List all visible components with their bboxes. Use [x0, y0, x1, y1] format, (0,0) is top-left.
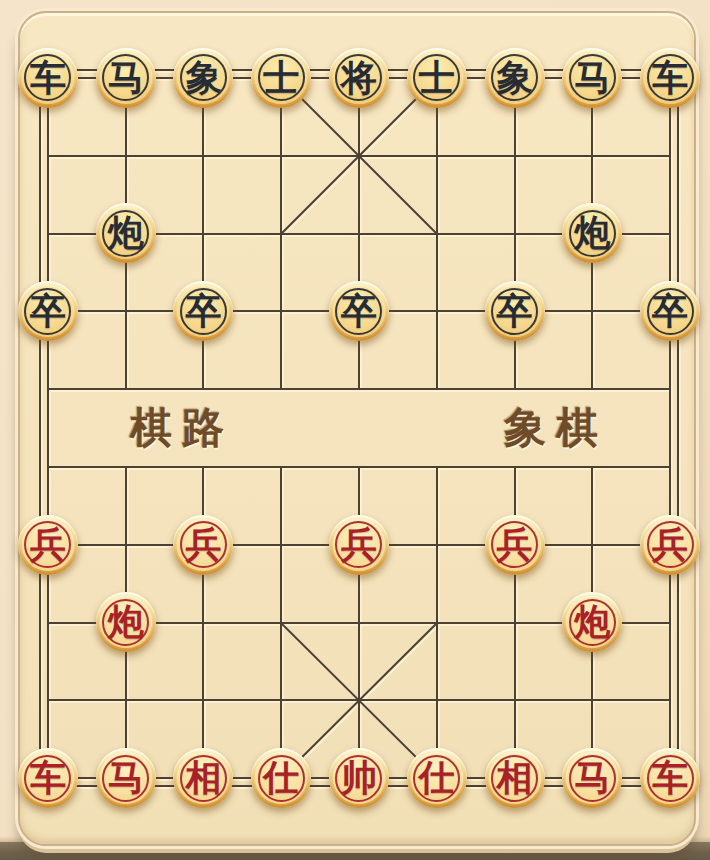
piece-red-chariot[interactable]: 车 — [640, 748, 700, 808]
board-cell-3-2[interactable] — [242, 195, 320, 273]
piece-black-chariot[interactable]: 车 — [640, 48, 700, 108]
board-cell-1-9[interactable]: 马 — [87, 739, 165, 817]
piece-glyph: 卒 — [341, 293, 377, 329]
piece-glyph: 士 — [419, 60, 455, 96]
piece-glyph: 相 — [497, 760, 533, 796]
piece-glyph: 车 — [652, 60, 688, 96]
board-cell-7-5[interactable] — [553, 428, 631, 506]
piece-red-general[interactable]: 帅 — [329, 748, 389, 808]
board-cell-2-2[interactable] — [165, 195, 243, 273]
piece-red-advisor[interactable]: 仕 — [251, 748, 311, 808]
board-cell-0-7[interactable] — [9, 584, 87, 662]
piece-glyph: 炮 — [574, 604, 610, 640]
board-cell-8-9[interactable]: 车 — [631, 739, 709, 817]
piece-glyph: 马 — [108, 60, 144, 96]
board-cell-5-9[interactable]: 仕 — [398, 739, 476, 817]
piece-glyph: 象 — [497, 60, 533, 96]
board-cell-3-9[interactable]: 仕 — [242, 739, 320, 817]
piece-glyph: 帅 — [341, 760, 377, 796]
board-cell-7-3[interactable] — [553, 272, 631, 350]
piece-black-soldier[interactable]: 卒 — [640, 281, 700, 341]
piece-glyph: 仕 — [419, 760, 455, 796]
piece-black-advisor[interactable]: 士 — [251, 48, 311, 108]
board-cell-1-5[interactable] — [87, 428, 165, 506]
board-cell-5-6[interactable] — [398, 506, 476, 584]
board-cell-7-8[interactable] — [553, 661, 631, 739]
board-cell-6-4[interactable] — [476, 350, 554, 428]
piece-glyph: 将 — [341, 60, 377, 96]
board-cell-0-0[interactable]: 车 — [9, 39, 87, 117]
piece-glyph: 兵 — [30, 527, 66, 563]
board-cell-8-1[interactable] — [631, 117, 709, 195]
piece-glyph: 象 — [185, 60, 221, 96]
piece-glyph: 兵 — [341, 527, 377, 563]
board-cell-5-5[interactable] — [398, 428, 476, 506]
board-cell-0-6[interactable]: 兵 — [9, 506, 87, 584]
board-cell-6-0[interactable]: 象 — [476, 39, 554, 117]
xiangqi-app: 棋路 象棋 车马象士将士象马车炮炮卒卒卒卒卒兵兵兵兵兵炮炮车马相仕帅仕相马车 — [0, 0, 710, 860]
board-cell-8-8[interactable] — [631, 661, 709, 739]
board-cell-4-6[interactable]: 兵 — [320, 506, 398, 584]
board-cell-4-7[interactable] — [320, 584, 398, 662]
piece-glyph: 相 — [185, 760, 221, 796]
board-cell-6-2[interactable] — [476, 195, 554, 273]
board-cell-7-2[interactable]: 炮 — [553, 195, 631, 273]
board-cell-4-0[interactable]: 将 — [320, 39, 398, 117]
board-cell-3-8[interactable] — [242, 661, 320, 739]
piece-black-soldier[interactable]: 卒 — [329, 281, 389, 341]
board-cell-4-9[interactable]: 帅 — [320, 739, 398, 817]
board-cell-3-6[interactable] — [242, 506, 320, 584]
board-cell-7-4[interactable] — [553, 350, 631, 428]
piece-glyph: 车 — [30, 60, 66, 96]
board-cell-0-5[interactable] — [9, 428, 87, 506]
board-cell-5-7[interactable] — [398, 584, 476, 662]
board-cell-2-9[interactable]: 相 — [165, 739, 243, 817]
board-cell-3-4[interactable] — [242, 350, 320, 428]
piece-glyph: 兵 — [185, 527, 221, 563]
piece-black-elephant[interactable]: 象 — [173, 48, 233, 108]
piece-black-chariot[interactable]: 车 — [18, 48, 78, 108]
board-cell-3-1[interactable] — [242, 117, 320, 195]
board-cell-5-4[interactable] — [398, 350, 476, 428]
piece-black-horse[interactable]: 马 — [562, 48, 622, 108]
board-cell-0-4[interactable] — [9, 350, 87, 428]
board-cell-8-4[interactable] — [631, 350, 709, 428]
board-cell-3-5[interactable] — [242, 428, 320, 506]
board-cell-1-4[interactable] — [87, 350, 165, 428]
board-cell-1-8[interactable] — [87, 661, 165, 739]
piece-red-soldier[interactable]: 兵 — [640, 515, 700, 575]
piece-glyph: 车 — [30, 760, 66, 796]
board-cell-2-1[interactable] — [165, 117, 243, 195]
board-cell-7-1[interactable] — [553, 117, 631, 195]
piece-glyph: 马 — [108, 760, 144, 796]
piece-glyph: 卒 — [185, 293, 221, 329]
piece-red-elephant[interactable]: 相 — [485, 748, 545, 808]
piece-black-horse[interactable]: 马 — [96, 48, 156, 108]
board-cell-1-2[interactable]: 炮 — [87, 195, 165, 273]
board-cell-7-9[interactable]: 马 — [553, 739, 631, 817]
board-cell-4-5[interactable] — [320, 428, 398, 506]
board-cell-6-6[interactable]: 兵 — [476, 506, 554, 584]
board-cell-6-8[interactable] — [476, 661, 554, 739]
piece-glyph: 仕 — [263, 760, 299, 796]
piece-glyph: 兵 — [497, 527, 533, 563]
piece-red-horse[interactable]: 马 — [562, 748, 622, 808]
piece-glyph: 炮 — [108, 215, 144, 251]
board-cell-5-2[interactable] — [398, 195, 476, 273]
board-cell-2-3[interactable]: 卒 — [165, 272, 243, 350]
board-cell-0-1[interactable] — [9, 117, 87, 195]
piece-red-cannon[interactable]: 炮 — [562, 592, 622, 652]
board-cell-6-7[interactable] — [476, 584, 554, 662]
board-cell-3-3[interactable] — [242, 272, 320, 350]
piece-glyph: 卒 — [497, 293, 533, 329]
board-cell-4-2[interactable] — [320, 195, 398, 273]
board-cell-8-0[interactable]: 车 — [631, 39, 709, 117]
piece-black-soldier[interactable]: 卒 — [485, 281, 545, 341]
piece-glyph: 马 — [574, 60, 610, 96]
board-cell-2-8[interactable] — [165, 661, 243, 739]
piece-glyph: 兵 — [652, 527, 688, 563]
piece-red-soldier[interactable]: 兵 — [485, 515, 545, 575]
board-cell-4-1[interactable] — [320, 117, 398, 195]
board-cell-5-8[interactable] — [398, 661, 476, 739]
board-cell-8-2[interactable] — [631, 195, 709, 273]
piece-red-advisor[interactable]: 仕 — [407, 748, 467, 808]
board-cell-0-8[interactable] — [9, 661, 87, 739]
board-cell-1-0[interactable]: 马 — [87, 39, 165, 117]
board-cell-4-4[interactable] — [320, 350, 398, 428]
board-cell-1-6[interactable] — [87, 506, 165, 584]
piece-red-horse[interactable]: 马 — [96, 748, 156, 808]
piece-glyph: 士 — [263, 60, 299, 96]
board-cell-3-7[interactable] — [242, 584, 320, 662]
piece-red-cannon[interactable]: 炮 — [96, 592, 156, 652]
piece-black-cannon[interactable]: 炮 — [562, 203, 622, 263]
piece-red-chariot[interactable]: 车 — [18, 748, 78, 808]
board-cell-3-0[interactable]: 士 — [242, 39, 320, 117]
board-cell-0-3[interactable]: 卒 — [9, 272, 87, 350]
board-cell-8-6[interactable]: 兵 — [631, 506, 709, 584]
board-cell-7-0[interactable]: 马 — [553, 39, 631, 117]
piece-black-soldier[interactable]: 卒 — [173, 281, 233, 341]
piece-grid: 车马象士将士象马车炮炮卒卒卒卒卒兵兵兵兵兵炮炮车马相仕帅仕相马车 — [9, 39, 709, 817]
board-cell-2-0[interactable]: 象 — [165, 39, 243, 117]
board-cell-2-4[interactable] — [165, 350, 243, 428]
piece-red-elephant[interactable]: 相 — [173, 748, 233, 808]
board-cell-8-5[interactable] — [631, 428, 709, 506]
piece-black-cannon[interactable]: 炮 — [96, 203, 156, 263]
piece-red-soldier[interactable]: 兵 — [329, 515, 389, 575]
piece-black-elephant[interactable]: 象 — [485, 48, 545, 108]
board-cell-1-1[interactable] — [87, 117, 165, 195]
board-cell-6-5[interactable] — [476, 428, 554, 506]
board-cell-5-0[interactable]: 士 — [398, 39, 476, 117]
piece-glyph: 炮 — [574, 215, 610, 251]
board-cell-0-2[interactable] — [9, 195, 87, 273]
piece-red-soldier[interactable]: 兵 — [173, 515, 233, 575]
board-cell-2-5[interactable] — [165, 428, 243, 506]
board-cell-6-9[interactable]: 相 — [476, 739, 554, 817]
board-cell-1-3[interactable] — [87, 272, 165, 350]
board-cell-6-3[interactable]: 卒 — [476, 272, 554, 350]
board-cell-2-6[interactable]: 兵 — [165, 506, 243, 584]
piece-glyph: 马 — [574, 760, 610, 796]
board-cell-1-7[interactable]: 炮 — [87, 584, 165, 662]
board-cell-2-7[interactable] — [165, 584, 243, 662]
piece-black-soldier[interactable]: 卒 — [18, 281, 78, 341]
board-cell-4-8[interactable] — [320, 661, 398, 739]
board-cell-4-3[interactable]: 卒 — [320, 272, 398, 350]
board-cell-7-6[interactable] — [553, 506, 631, 584]
board-cell-7-7[interactable]: 炮 — [553, 584, 631, 662]
board-cell-8-3[interactable]: 卒 — [631, 272, 709, 350]
board-cell-5-1[interactable] — [398, 117, 476, 195]
board-cell-8-7[interactable] — [631, 584, 709, 662]
piece-black-advisor[interactable]: 士 — [407, 48, 467, 108]
piece-glyph: 车 — [652, 760, 688, 796]
piece-glyph: 炮 — [108, 604, 144, 640]
piece-glyph: 卒 — [30, 293, 66, 329]
piece-black-general[interactable]: 将 — [329, 48, 389, 108]
piece-glyph: 卒 — [652, 293, 688, 329]
piece-red-soldier[interactable]: 兵 — [18, 515, 78, 575]
board-cell-0-9[interactable]: 车 — [9, 739, 87, 817]
board-cell-6-1[interactable] — [476, 117, 554, 195]
board-cell-5-3[interactable] — [398, 272, 476, 350]
